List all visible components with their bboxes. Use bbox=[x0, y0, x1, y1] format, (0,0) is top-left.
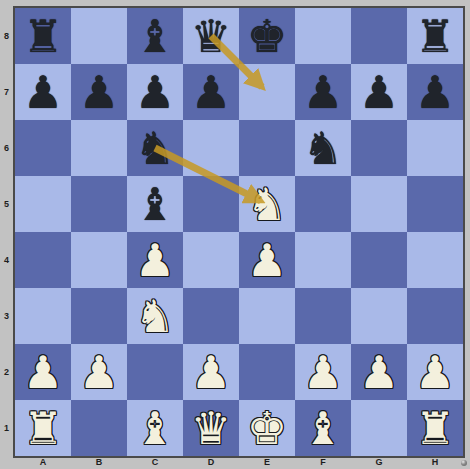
rank-label-3: 3 bbox=[0, 311, 13, 321]
square-a7[interactable]: ♟ bbox=[15, 64, 71, 120]
rank-label-7: 7 bbox=[0, 87, 13, 97]
square-h8[interactable]: ♜ bbox=[407, 8, 463, 64]
square-g3[interactable] bbox=[351, 288, 407, 344]
white-pawn-icon[interactable]: ♟ bbox=[239, 232, 295, 288]
square-a4[interactable] bbox=[15, 232, 71, 288]
white-queen-icon[interactable]: ♛ bbox=[183, 400, 239, 456]
black-pawn-icon[interactable]: ♟ bbox=[407, 64, 463, 120]
white-pawn-icon[interactable]: ♟ bbox=[71, 344, 127, 400]
black-bishop-icon[interactable]: ♝ bbox=[127, 8, 183, 64]
square-f6[interactable]: ♞ bbox=[295, 120, 351, 176]
black-bishop-icon[interactable]: ♝ bbox=[127, 176, 183, 232]
square-c7[interactable]: ♟ bbox=[127, 64, 183, 120]
square-b7[interactable]: ♟ bbox=[71, 64, 127, 120]
square-g6[interactable] bbox=[351, 120, 407, 176]
square-g1[interactable] bbox=[351, 400, 407, 456]
chess-board-window: ♜♝♛♚♜♟♟♟♟♟♟♟♞♞♝♞♟♟♞♟♟♟♟♟♟♜♝♛♚♝♜ 87654321… bbox=[0, 0, 470, 469]
square-b2[interactable]: ♟ bbox=[71, 344, 127, 400]
rank-label-1: 1 bbox=[0, 423, 13, 433]
square-h7[interactable]: ♟ bbox=[407, 64, 463, 120]
square-e7[interactable] bbox=[239, 64, 295, 120]
file-label-f: F bbox=[295, 457, 351, 468]
file-label-d: D bbox=[183, 457, 239, 468]
square-f2[interactable]: ♟ bbox=[295, 344, 351, 400]
square-c4[interactable]: ♟ bbox=[127, 232, 183, 288]
file-label-h: H bbox=[407, 457, 463, 468]
black-queen-icon[interactable]: ♛ bbox=[183, 8, 239, 64]
square-h4[interactable] bbox=[407, 232, 463, 288]
square-f4[interactable] bbox=[295, 232, 351, 288]
white-pawn-icon[interactable]: ♟ bbox=[407, 344, 463, 400]
square-a6[interactable] bbox=[15, 120, 71, 176]
square-c2[interactable] bbox=[127, 344, 183, 400]
square-f7[interactable]: ♟ bbox=[295, 64, 351, 120]
white-bishop-icon[interactable]: ♝ bbox=[127, 400, 183, 456]
square-h1[interactable]: ♜ bbox=[407, 400, 463, 456]
chess-board: ♜♝♛♚♜♟♟♟♟♟♟♟♞♞♝♞♟♟♞♟♟♟♟♟♟♜♝♛♚♝♜ bbox=[15, 8, 463, 456]
square-a3[interactable] bbox=[15, 288, 71, 344]
square-g7[interactable]: ♟ bbox=[351, 64, 407, 120]
square-d1[interactable]: ♛ bbox=[183, 400, 239, 456]
black-pawn-icon[interactable]: ♟ bbox=[71, 64, 127, 120]
file-label-c: C bbox=[127, 457, 183, 468]
square-c8[interactable]: ♝ bbox=[127, 8, 183, 64]
white-bishop-icon[interactable]: ♝ bbox=[295, 400, 351, 456]
square-b6[interactable] bbox=[71, 120, 127, 176]
black-rook-icon[interactable]: ♜ bbox=[15, 8, 71, 64]
rank-label-8: 8 bbox=[0, 31, 13, 41]
square-b4[interactable] bbox=[71, 232, 127, 288]
white-pawn-icon[interactable]: ♟ bbox=[295, 344, 351, 400]
square-c3[interactable]: ♞ bbox=[127, 288, 183, 344]
square-h3[interactable] bbox=[407, 288, 463, 344]
square-h5[interactable] bbox=[407, 176, 463, 232]
white-rook-icon[interactable]: ♜ bbox=[15, 400, 71, 456]
black-knight-icon[interactable]: ♞ bbox=[295, 120, 351, 176]
white-rook-icon[interactable]: ♜ bbox=[407, 400, 463, 456]
square-d7[interactable]: ♟ bbox=[183, 64, 239, 120]
white-pawn-icon[interactable]: ♟ bbox=[15, 344, 71, 400]
square-c6[interactable]: ♞ bbox=[127, 120, 183, 176]
square-d4[interactable] bbox=[183, 232, 239, 288]
square-e6[interactable] bbox=[239, 120, 295, 176]
square-e1[interactable]: ♚ bbox=[239, 400, 295, 456]
square-b8[interactable] bbox=[71, 8, 127, 64]
square-f3[interactable] bbox=[295, 288, 351, 344]
square-a1[interactable]: ♜ bbox=[15, 400, 71, 456]
black-pawn-icon[interactable]: ♟ bbox=[127, 64, 183, 120]
square-h6[interactable] bbox=[407, 120, 463, 176]
black-pawn-icon[interactable]: ♟ bbox=[295, 64, 351, 120]
file-label-a: A bbox=[15, 457, 71, 468]
square-b1[interactable] bbox=[71, 400, 127, 456]
white-pawn-icon[interactable]: ♟ bbox=[351, 344, 407, 400]
square-f5[interactable] bbox=[295, 176, 351, 232]
square-e3[interactable] bbox=[239, 288, 295, 344]
white-knight-icon[interactable]: ♞ bbox=[127, 288, 183, 344]
square-d5[interactable] bbox=[183, 176, 239, 232]
square-e4[interactable]: ♟ bbox=[239, 232, 295, 288]
square-c1[interactable]: ♝ bbox=[127, 400, 183, 456]
square-d8[interactable]: ♛ bbox=[183, 8, 239, 64]
board-frame: ♜♝♛♚♜♟♟♟♟♟♟♟♞♞♝♞♟♟♞♟♟♟♟♟♟♜♝♛♚♝♜ bbox=[13, 6, 465, 458]
square-d3[interactable] bbox=[183, 288, 239, 344]
file-label-g: G bbox=[351, 457, 407, 468]
black-rook-icon[interactable]: ♜ bbox=[407, 8, 463, 64]
black-pawn-icon[interactable]: ♟ bbox=[15, 64, 71, 120]
rank-label-5: 5 bbox=[0, 199, 13, 209]
rank-label-6: 6 bbox=[0, 143, 13, 153]
square-e8[interactable]: ♚ bbox=[239, 8, 295, 64]
black-knight-icon[interactable]: ♞ bbox=[127, 120, 183, 176]
square-d6[interactable] bbox=[183, 120, 239, 176]
square-g8[interactable] bbox=[351, 8, 407, 64]
square-g4[interactable] bbox=[351, 232, 407, 288]
rank-label-4: 4 bbox=[0, 255, 13, 265]
white-pawn-icon[interactable]: ♟ bbox=[183, 344, 239, 400]
square-f1[interactable]: ♝ bbox=[295, 400, 351, 456]
square-a8[interactable]: ♜ bbox=[15, 8, 71, 64]
file-label-b: B bbox=[71, 457, 127, 468]
square-f8[interactable] bbox=[295, 8, 351, 64]
square-d2[interactable]: ♟ bbox=[183, 344, 239, 400]
white-king-icon[interactable]: ♚ bbox=[239, 400, 295, 456]
resize-grip-icon[interactable] bbox=[461, 460, 467, 466]
square-a2[interactable]: ♟ bbox=[15, 344, 71, 400]
square-b5[interactable] bbox=[71, 176, 127, 232]
black-pawn-icon[interactable]: ♟ bbox=[351, 64, 407, 120]
square-e5[interactable]: ♞ bbox=[239, 176, 295, 232]
white-knight-icon[interactable]: ♞ bbox=[239, 176, 295, 232]
black-pawn-icon[interactable]: ♟ bbox=[183, 64, 239, 120]
file-label-e: E bbox=[239, 457, 295, 468]
square-h2[interactable]: ♟ bbox=[407, 344, 463, 400]
white-pawn-icon[interactable]: ♟ bbox=[127, 232, 183, 288]
square-g5[interactable] bbox=[351, 176, 407, 232]
rank-label-2: 2 bbox=[0, 367, 13, 377]
square-e2[interactable] bbox=[239, 344, 295, 400]
square-b3[interactable] bbox=[71, 288, 127, 344]
square-c5[interactable]: ♝ bbox=[127, 176, 183, 232]
black-king-icon[interactable]: ♚ bbox=[239, 8, 295, 64]
square-g2[interactable]: ♟ bbox=[351, 344, 407, 400]
square-a5[interactable] bbox=[15, 176, 71, 232]
